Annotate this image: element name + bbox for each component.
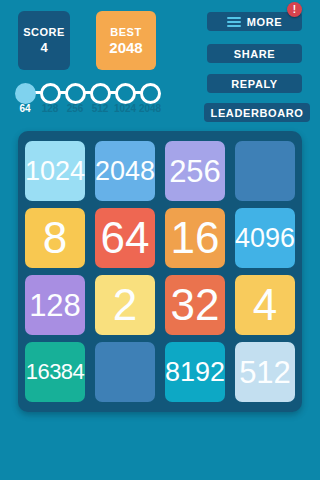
game-board[interactable]: 102420482568641640961282324163848192512	[18, 131, 302, 412]
tile-512: 512	[235, 342, 295, 402]
tile-empty	[235, 141, 295, 201]
tile-16: 16	[165, 208, 225, 268]
notification-badge-text: !	[293, 4, 296, 15]
tile-empty	[95, 342, 155, 402]
tile-32: 32	[165, 275, 225, 335]
game-screen: SCORE 4 BEST 2048 MORE ! SHARE REPALY LE…	[0, 0, 320, 480]
tile-256: 256	[165, 141, 225, 201]
milestone-dot-512	[90, 83, 111, 104]
tile-2: 2	[95, 275, 155, 335]
tile-1024: 1024	[25, 141, 85, 201]
tile-4096: 4096	[235, 208, 295, 268]
notification-badge: !	[287, 2, 302, 17]
milestone-dot-64	[15, 83, 36, 104]
milestone-label-2048: 2048	[135, 103, 165, 114]
tile-8192: 8192	[165, 342, 225, 402]
tile-128: 128	[25, 275, 85, 335]
milestone-dot-2048	[140, 83, 161, 104]
tile-2048: 2048	[95, 141, 155, 201]
tile-4: 4	[235, 275, 295, 335]
progress-milestones: 6412825651210242048	[0, 0, 320, 120]
tile-64: 64	[95, 208, 155, 268]
milestone-dot-128	[40, 83, 61, 104]
tile-8: 8	[25, 208, 85, 268]
milestone-dot-256	[65, 83, 86, 104]
tile-16384: 16384	[25, 342, 85, 402]
milestone-dot-1024	[115, 83, 136, 104]
